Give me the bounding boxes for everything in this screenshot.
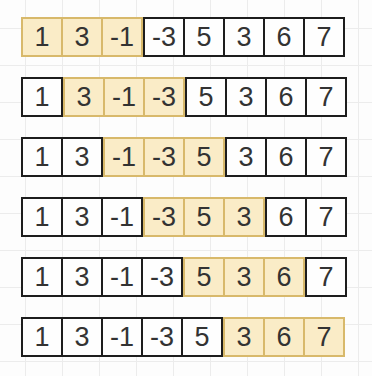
window-cell: 3 [61,19,101,55]
array-cell: 5 [187,79,225,115]
window-cell: -3 [145,199,183,235]
window-cell: 6 [263,259,303,295]
window-segment: 13-1 [21,17,143,57]
array-cell: 3 [223,19,263,55]
sliding-window-diagram: 13-1-3536713-1-3536713-1-3536713-1-35367… [0,0,372,376]
array-cell: 7 [303,19,343,55]
array-cell: 3 [227,139,265,175]
array-cell: 6 [265,79,305,115]
array-cell: 3 [61,319,101,355]
array-row: 13-1-35367 [21,197,347,237]
window-cell: 3 [225,319,263,355]
array-cell: 6 [263,19,303,55]
array-cell: -3 [141,259,181,295]
array-cell: -1 [101,319,141,355]
window-cell: 3 [223,199,263,235]
window-segment: -1-35 [103,137,225,177]
window-segment: 3-1-3 [63,77,185,117]
array-cell: 5 [183,19,223,55]
array-segment: 13-1 [21,197,143,237]
array-row: 13-1-35367 [21,317,347,357]
array-segment: -35367 [143,17,345,57]
array-segment: 7 [305,257,347,297]
array-cell: 7 [305,139,345,175]
array-cell: 6 [267,199,305,235]
window-cell: 5 [183,199,223,235]
window-cell: 7 [303,319,343,355]
array-segment: 67 [265,197,347,237]
window-cell: -3 [143,79,183,115]
array-row: 13-1-35367 [21,257,347,297]
window-cell: 3 [223,259,263,295]
array-cell: 3 [61,259,101,295]
array-cell: 5 [181,319,221,355]
array-cell: 1 [23,79,61,115]
window-segment: -353 [143,197,265,237]
array-row: 13-1-35367 [21,77,347,117]
array-cell: 7 [305,79,345,115]
array-segment: 13-1-35 [21,317,223,357]
array-cell: -1 [101,259,141,295]
array-segment: 1 [21,77,63,117]
window-cell: 1 [23,19,61,55]
window-cell: 6 [263,319,303,355]
array-segment: 367 [225,137,347,177]
window-cell: -1 [101,19,141,55]
array-rows: 13-1-3536713-1-3536713-1-3536713-1-35367… [21,17,347,376]
window-cell: 3 [65,79,103,115]
array-cell: 1 [23,259,61,295]
array-cell: 1 [23,139,61,175]
window-cell: -3 [143,139,183,175]
array-row: 13-1-35367 [21,137,347,177]
array-cell: 7 [307,259,345,295]
array-cell: -1 [101,199,141,235]
window-cell: -1 [103,79,143,115]
array-cell: 1 [23,199,61,235]
window-segment: 536 [183,257,305,297]
array-segment: 13 [21,137,103,177]
array-cell: 3 [225,79,265,115]
window-cell: -1 [105,139,143,175]
array-cell: 3 [61,139,101,175]
array-cell: 1 [23,319,61,355]
array-row: 13-1-35367 [21,17,347,57]
window-cell: 5 [185,259,223,295]
array-cell: 3 [61,199,101,235]
array-cell: 7 [305,199,345,235]
array-cell: 6 [265,139,305,175]
array-cell: -3 [145,19,183,55]
array-segment: 5367 [185,77,347,117]
window-cell: 5 [183,139,223,175]
array-cell: -3 [141,319,181,355]
window-segment: 367 [223,317,345,357]
array-segment: 13-1-3 [21,257,183,297]
